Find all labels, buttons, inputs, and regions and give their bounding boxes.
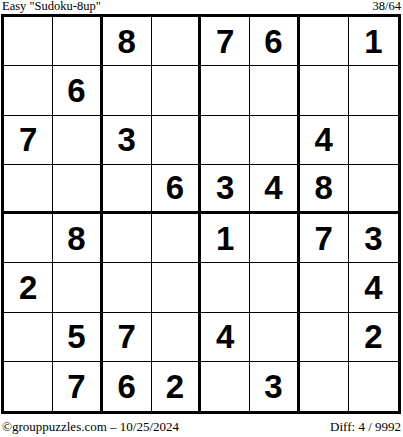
cell-r8c2-given: 7 (53, 362, 102, 411)
cell-r6c2-empty[interactable] (53, 263, 102, 312)
cell-r6c5-empty[interactable] (201, 263, 250, 312)
cell-r2c7-empty[interactable] (300, 66, 349, 115)
cell-r3c3-given: 3 (103, 116, 152, 165)
cell-r7c8-given: 2 (349, 313, 398, 362)
puzzle-title: Easy "Sudoku-8up" (2, 0, 101, 13)
copyright-text: ©grouppuzzles.com – 10/25/2024 (2, 419, 179, 435)
cell-r1c2-empty[interactable] (53, 17, 102, 66)
puzzle-counter: 38/64 (373, 0, 401, 13)
cell-r1c5-given: 7 (201, 17, 250, 66)
cell-r4c7-given: 8 (300, 165, 349, 214)
cell-r3c8-empty[interactable] (349, 116, 398, 165)
cell-r1c7-empty[interactable] (300, 17, 349, 66)
cell-r3c5-empty[interactable] (201, 116, 250, 165)
cell-r3c7-given: 4 (300, 116, 349, 165)
cell-r8c5-empty[interactable] (201, 362, 250, 411)
cell-r5c5-given: 1 (201, 214, 250, 263)
cell-r2c4-empty[interactable] (152, 66, 201, 115)
cell-r8c8-empty[interactable] (349, 362, 398, 411)
cell-r2c8-empty[interactable] (349, 66, 398, 115)
cell-r1c3-given: 8 (103, 17, 152, 66)
cell-r7c7-empty[interactable] (300, 313, 349, 362)
cell-r5c7-given: 7 (300, 214, 349, 263)
cell-r1c1-empty[interactable] (4, 17, 53, 66)
cell-r7c4-empty[interactable] (152, 313, 201, 362)
cell-r4c5-given: 3 (201, 165, 250, 214)
cell-r2c1-empty[interactable] (4, 66, 53, 115)
cell-r6c7-empty[interactable] (300, 263, 349, 312)
cell-r5c3-empty[interactable] (103, 214, 152, 263)
cell-r6c1-given: 2 (4, 263, 53, 312)
cell-r6c3-empty[interactable] (103, 263, 152, 312)
cell-r8c6-given: 3 (250, 362, 299, 411)
cell-r4c6-given: 4 (250, 165, 299, 214)
cell-r3c1-given: 7 (4, 116, 53, 165)
cell-r3c4-empty[interactable] (152, 116, 201, 165)
cell-r4c3-empty[interactable] (103, 165, 152, 214)
cell-r1c6-given: 6 (250, 17, 299, 66)
cell-r7c1-empty[interactable] (4, 313, 53, 362)
cell-r2c3-empty[interactable] (103, 66, 152, 115)
cell-r7c5-given: 4 (201, 313, 250, 362)
cell-r5c4-empty[interactable] (152, 214, 201, 263)
cell-r4c1-empty[interactable] (4, 165, 53, 214)
cell-r4c4-given: 6 (152, 165, 201, 214)
cell-r5c1-empty[interactable] (4, 214, 53, 263)
cell-r5c2-given: 8 (53, 214, 102, 263)
sudoku-grid: 87616734634881732457427623 (1, 14, 401, 414)
cell-r2c2-given: 6 (53, 66, 102, 115)
cell-r1c4-empty[interactable] (152, 17, 201, 66)
cell-r1c8-given: 1 (349, 17, 398, 66)
cell-r6c6-empty[interactable] (250, 263, 299, 312)
cell-r6c8-given: 4 (349, 263, 398, 312)
cell-r6c4-empty[interactable] (152, 263, 201, 312)
cell-r8c1-empty[interactable] (4, 362, 53, 411)
difficulty-text: Diff: 4 / 9992 (330, 419, 401, 435)
cell-r7c6-empty[interactable] (250, 313, 299, 362)
cell-r8c4-given: 2 (152, 362, 201, 411)
cell-r8c7-empty[interactable] (300, 362, 349, 411)
cell-r7c3-given: 7 (103, 313, 152, 362)
cell-r5c6-empty[interactable] (250, 214, 299, 263)
cell-r2c6-empty[interactable] (250, 66, 299, 115)
cell-r4c8-empty[interactable] (349, 165, 398, 214)
cell-r2c5-empty[interactable] (201, 66, 250, 115)
cell-r4c2-empty[interactable] (53, 165, 102, 214)
cell-r3c2-empty[interactable] (53, 116, 102, 165)
cell-r7c2-given: 5 (53, 313, 102, 362)
cell-r3c6-empty[interactable] (250, 116, 299, 165)
cell-r8c3-given: 6 (103, 362, 152, 411)
cell-r5c8-given: 3 (349, 214, 398, 263)
